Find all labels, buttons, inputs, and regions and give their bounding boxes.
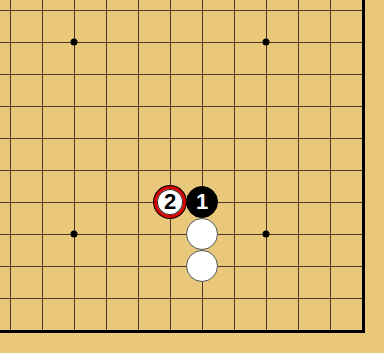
board-cell: [234, 74, 266, 106]
board-cell: [74, 106, 106, 138]
board-cell: [138, 74, 170, 106]
board-cell: [266, 106, 298, 138]
board-cell: [106, 10, 138, 42]
grid-line-vertical: [266, 0, 267, 10]
board-cell: [234, 170, 266, 202]
board-cell: [298, 298, 330, 330]
board-cell: [42, 74, 74, 106]
board-cell: [106, 42, 138, 74]
board-cell: [234, 234, 266, 266]
board-cell: [10, 298, 42, 330]
board-cell: [234, 10, 266, 42]
board-cell: [74, 74, 106, 106]
board-cell: [138, 298, 170, 330]
stone-white-o4[interactable]: [186, 218, 218, 250]
board-cell: [106, 202, 138, 234]
board-cell: [298, 74, 330, 106]
board-cell: [42, 234, 74, 266]
grid-line-horizontal: [0, 266, 10, 267]
board-cell: [234, 106, 266, 138]
go-board-grid[interactable]: [10, 10, 365, 333]
stone-white-n5[interactable]: 2: [154, 186, 186, 218]
board-cell: [170, 10, 202, 42]
board-cell: [74, 234, 106, 266]
board-cell: [266, 10, 298, 42]
board-cell: [330, 202, 362, 234]
board-cell: [170, 298, 202, 330]
grid-line-vertical: [362, 0, 365, 10]
board-cell: [74, 170, 106, 202]
board-cell: [106, 234, 138, 266]
grid-line-horizontal: [0, 106, 10, 107]
board-cell: [266, 74, 298, 106]
grid-line-horizontal: [0, 74, 10, 75]
board-cell: [74, 298, 106, 330]
board-cell: [266, 298, 298, 330]
board-cell: [42, 170, 74, 202]
board-cell: [74, 138, 106, 170]
grid-line-vertical: [170, 0, 171, 10]
board-cell: [10, 202, 42, 234]
board-cell: [234, 202, 266, 234]
board-cell: [266, 234, 298, 266]
board-cell: [298, 42, 330, 74]
board-cell: [266, 42, 298, 74]
board-cell: [106, 266, 138, 298]
board-cell: [298, 138, 330, 170]
grid-line-horizontal: [0, 170, 10, 171]
board-cell: [330, 266, 362, 298]
board-cell: [74, 202, 106, 234]
star-point-k4: [71, 231, 78, 238]
board-cell: [202, 106, 234, 138]
grid-line-vertical: [138, 0, 139, 10]
grid-line-horizontal: [0, 10, 10, 11]
board-cell: [106, 74, 138, 106]
board-cell: [266, 138, 298, 170]
board-cell: [10, 42, 42, 74]
board-cell: [42, 298, 74, 330]
board-cell: [330, 74, 362, 106]
grid-line-vertical: [298, 0, 299, 10]
board-cell: [42, 202, 74, 234]
board-cell: [330, 298, 362, 330]
grid-line-vertical: [10, 0, 11, 10]
board-cell: [42, 10, 74, 42]
board-cell: [202, 42, 234, 74]
board-cell: [170, 106, 202, 138]
board-cell: [106, 138, 138, 170]
grid-line-horizontal: [0, 42, 10, 43]
grid-line-vertical: [74, 0, 75, 10]
board-cell: [42, 42, 74, 74]
board-cell: [10, 138, 42, 170]
grid-line-vertical: [330, 0, 331, 10]
grid-line-horizontal: [0, 330, 10, 333]
star-point-q10: [263, 39, 270, 46]
board-cell: [298, 170, 330, 202]
board-cell: [266, 266, 298, 298]
board-cell: [138, 42, 170, 74]
grid-line-horizontal: [0, 234, 10, 235]
board-cell: [234, 138, 266, 170]
star-point-q4: [263, 231, 270, 238]
grid-line-horizontal: [0, 202, 10, 203]
go-board-diagram: 12: [0, 0, 384, 353]
board-cell: [138, 10, 170, 42]
board-cell: [298, 202, 330, 234]
grid-line-vertical: [234, 0, 235, 10]
board-cell: [298, 234, 330, 266]
board-cell: [138, 106, 170, 138]
board-cell: [10, 234, 42, 266]
grid-line-vertical: [106, 0, 107, 10]
board-cell: [10, 10, 42, 42]
board-cell: [106, 106, 138, 138]
board-cell: [330, 42, 362, 74]
board-cell: [202, 298, 234, 330]
board-cell: [106, 298, 138, 330]
board-cell: [74, 266, 106, 298]
stone-white-o3[interactable]: [186, 250, 218, 282]
board-cell: [10, 106, 42, 138]
board-cell: [330, 106, 362, 138]
board-cell: [202, 74, 234, 106]
board-cell: [74, 42, 106, 74]
board-cell: [298, 266, 330, 298]
board-cell: [10, 266, 42, 298]
board-cell: [298, 10, 330, 42]
board-cell: [330, 170, 362, 202]
board-cell: [234, 298, 266, 330]
board-cell: [10, 74, 42, 106]
grid-line-vertical: [42, 0, 43, 10]
board-cell: [330, 138, 362, 170]
board-cell: [170, 74, 202, 106]
board-cell: [266, 170, 298, 202]
board-cell: [330, 10, 362, 42]
board-cell: [138, 234, 170, 266]
board-cell: [42, 266, 74, 298]
board-cell: [10, 170, 42, 202]
board-cell: [234, 266, 266, 298]
board-cell: [330, 234, 362, 266]
grid-line-vertical: [202, 0, 203, 10]
board-cell: [266, 202, 298, 234]
stone-black-o5[interactable]: 1: [186, 186, 218, 218]
board-cell: [170, 42, 202, 74]
board-cell: [74, 10, 106, 42]
grid-line-horizontal: [0, 138, 10, 139]
board-cell: [42, 106, 74, 138]
board-cell: [138, 266, 170, 298]
board-cell: [234, 42, 266, 74]
board-cell: [298, 106, 330, 138]
board-cell: [138, 138, 170, 170]
board-cell: [170, 138, 202, 170]
board-cell: [202, 138, 234, 170]
star-point-k10: [71, 39, 78, 46]
board-cell: [106, 170, 138, 202]
grid-line-horizontal: [0, 298, 10, 299]
board-cell: [42, 138, 74, 170]
board-cell: [202, 10, 234, 42]
